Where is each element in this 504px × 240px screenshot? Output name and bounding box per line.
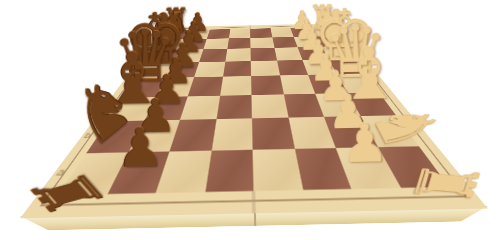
- square-d5: [220, 76, 252, 95]
- square-b4: [252, 118, 294, 150]
- square-d6: [188, 77, 223, 96]
- square-e5: [223, 61, 251, 77]
- square-f6: [199, 49, 227, 62]
- board-tilt-wrapper: ab ♜♟♟♜♞♟♟♞♝♟♟♝♚♟♟♚♛♟♟♛♝♟♟♝♞♟♟♞♜♟♟♜: [0, 0, 504, 240]
- square-c5: [216, 95, 252, 119]
- square-h4: [250, 28, 272, 37]
- chessboard-grid: [58, 27, 449, 195]
- board-plane: ab: [20, 24, 488, 219]
- square-a5: [205, 149, 254, 192]
- chess-set-photo: ab ♜♟♟♜♞♟♟♞♝♟♟♝♚♟♟♚♛♟♟♛♝♟♟♝♞♟♟♞♜♟♟♜: [0, 0, 504, 240]
- square-f5: [225, 48, 251, 61]
- square-e6: [194, 61, 225, 77]
- square-h6: [207, 29, 230, 38]
- square-d4: [251, 75, 283, 94]
- square-b5: [211, 118, 252, 150]
- square-e4: [251, 60, 280, 76]
- square-c4: [251, 94, 288, 118]
- square-c6: [180, 95, 220, 119]
- square-h5: [229, 29, 251, 38]
- square-g4: [250, 37, 274, 48]
- square-g5: [227, 38, 251, 49]
- board-fold-seam: [254, 212, 256, 226]
- square-f4: [250, 48, 276, 61]
- square-g6: [203, 38, 228, 49]
